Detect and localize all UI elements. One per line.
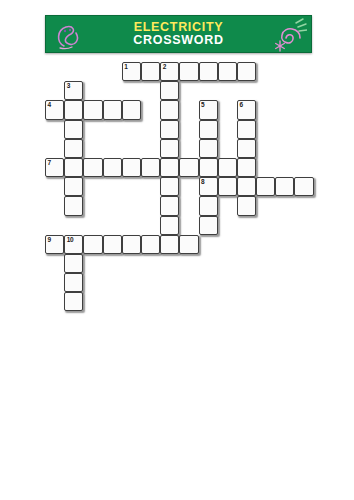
crossword-cell[interactable]: 7	[45, 158, 64, 177]
header-banner: ELECTRICITY CROSSWORD	[45, 15, 312, 53]
clue-number: 5	[201, 101, 204, 109]
clue-number: 6	[239, 101, 242, 109]
crossword-cell[interactable]	[160, 100, 179, 119]
crossword-cell[interactable]	[179, 158, 198, 177]
crossword-cell[interactable]	[218, 158, 237, 177]
crossword-cell[interactable]	[103, 100, 122, 119]
doodle-swirl-star-icon	[267, 18, 307, 52]
crossword-cell[interactable]	[122, 235, 141, 254]
crossword-cell[interactable]	[103, 158, 122, 177]
crossword-cell[interactable]	[160, 216, 179, 235]
crossword-cell[interactable]	[122, 100, 141, 119]
crossword-cell[interactable]	[160, 158, 179, 177]
crossword-cell[interactable]	[294, 177, 313, 196]
crossword-cell[interactable]	[64, 158, 83, 177]
crossword-cell[interactable]: 6	[237, 100, 256, 119]
crossword-cell[interactable]: 2	[160, 62, 179, 81]
slide-page: ELECTRICITY CROSSWORD 12345678910	[0, 0, 354, 500]
crossword-cell[interactable]	[83, 158, 102, 177]
crossword-cell[interactable]	[122, 158, 141, 177]
clue-number: 9	[48, 236, 51, 244]
crossword-cell[interactable]	[160, 177, 179, 196]
doodle-squiggle-icon	[51, 18, 87, 52]
crossword-cell[interactable]: 9	[45, 235, 64, 254]
clue-number: 3	[67, 82, 70, 90]
crossword-cell[interactable]	[160, 120, 179, 139]
crossword-cell[interactable]	[64, 254, 83, 273]
crossword-cell[interactable]	[103, 235, 122, 254]
crossword-cell[interactable]: 4	[45, 100, 64, 119]
crossword-cell[interactable]: 8	[199, 177, 218, 196]
crossword-cell[interactable]	[179, 235, 198, 254]
clue-number: 7	[48, 159, 51, 167]
page-title: ELECTRICITY CROSSWORD	[133, 21, 223, 48]
crossword-cell[interactable]	[199, 196, 218, 215]
crossword-cell[interactable]	[64, 120, 83, 139]
crossword-cell[interactable]	[237, 158, 256, 177]
crossword-cell[interactable]	[64, 196, 83, 215]
crossword-cell[interactable]: 1	[122, 62, 141, 81]
crossword-cell[interactable]	[83, 235, 102, 254]
crossword-cell[interactable]	[199, 216, 218, 235]
crossword-cell[interactable]	[64, 273, 83, 292]
crossword-grid: 12345678910	[45, 62, 314, 311]
clue-number: 1	[124, 63, 127, 71]
crossword-cell[interactable]: 5	[199, 100, 218, 119]
title-line-electricity: ELECTRICITY	[133, 21, 223, 35]
crossword-cell[interactable]	[160, 81, 179, 100]
crossword-cell[interactable]	[179, 62, 198, 81]
clue-number: 8	[201, 178, 204, 186]
clue-number: 10	[67, 236, 74, 244]
crossword-cell[interactable]	[83, 100, 102, 119]
crossword-cell[interactable]	[141, 235, 160, 254]
crossword-cell[interactable]	[218, 62, 237, 81]
crossword-cell[interactable]	[64, 139, 83, 158]
crossword-cell[interactable]: 10	[64, 235, 83, 254]
crossword-cell[interactable]	[199, 120, 218, 139]
crossword-cell[interactable]	[199, 62, 218, 81]
crossword-cell[interactable]	[64, 177, 83, 196]
crossword-cell[interactable]	[160, 196, 179, 215]
crossword-cell[interactable]	[199, 139, 218, 158]
crossword-cell[interactable]	[64, 100, 83, 119]
crossword-cell[interactable]	[256, 177, 275, 196]
crossword-cell[interactable]	[199, 158, 218, 177]
crossword-cell[interactable]	[160, 139, 179, 158]
crossword-cell[interactable]	[237, 139, 256, 158]
crossword-cell[interactable]	[237, 196, 256, 215]
crossword-cell[interactable]	[275, 177, 294, 196]
crossword-cell[interactable]	[237, 62, 256, 81]
crossword-cell[interactable]	[237, 177, 256, 196]
title-line-crossword: CROSSWORD	[133, 34, 223, 48]
crossword-cell[interactable]	[237, 120, 256, 139]
clue-number: 2	[163, 63, 166, 71]
crossword-cell[interactable]	[64, 292, 83, 311]
crossword-cell[interactable]: 3	[64, 81, 83, 100]
crossword-cell[interactable]	[218, 177, 237, 196]
clue-number: 4	[48, 101, 51, 109]
crossword-cell[interactable]	[160, 235, 179, 254]
crossword-cell[interactable]	[141, 62, 160, 81]
crossword-cell[interactable]	[141, 158, 160, 177]
